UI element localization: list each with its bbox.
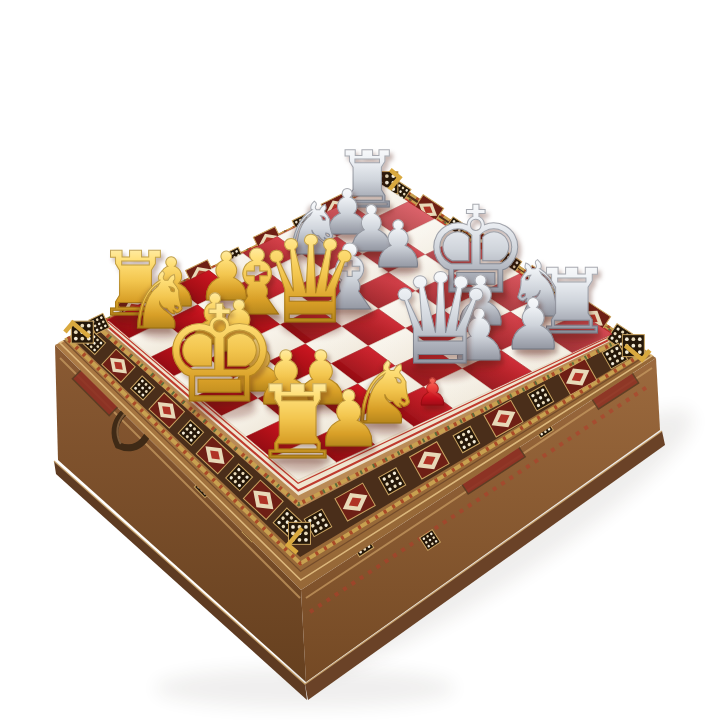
pieces-layer: ♜♟♟♞♟♚♟♟♝♝♞♜♛♟♞♜♟♟♟♟♛♟♟♟♚♟♞♟♜ [0, 0, 720, 720]
piece-gold-rook-h1[interactable]: ♜ [252, 372, 343, 474]
chess-set-photo-stage: ♜♟♟♞♟♚♟♟♝♝♞♜♛♟♞♜♟♟♟♟♛♟♟♟♚♟♞♟♜ [0, 0, 720, 720]
